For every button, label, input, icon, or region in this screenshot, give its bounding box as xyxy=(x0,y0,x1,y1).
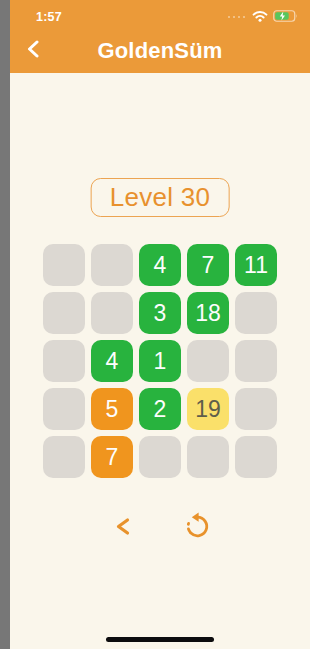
cell-value: 2 xyxy=(154,396,167,423)
wifi-icon xyxy=(252,8,268,26)
status-bar: 1:57 xyxy=(10,0,310,28)
restart-button[interactable] xyxy=(184,511,212,541)
board-cell-r2c2[interactable] xyxy=(91,292,133,334)
board-cell-r1c5[interactable]: 11 xyxy=(235,244,277,286)
board-cell-r3c5[interactable] xyxy=(235,340,277,382)
header: 1:57 xyxy=(10,0,310,73)
cell-value: 1 xyxy=(154,348,167,375)
board-cell-r3c4[interactable] xyxy=(187,340,229,382)
battery-charging-icon xyxy=(273,8,298,26)
board-cell-r1c2[interactable] xyxy=(91,244,133,286)
board-cell-r4c4[interactable]: 19 xyxy=(187,388,229,430)
board-cell-r5c2[interactable]: 7 xyxy=(91,436,133,478)
board-cell-r5c3[interactable] xyxy=(139,436,181,478)
restart-icon xyxy=(184,511,212,541)
app-title: GoldenSüm xyxy=(97,38,222,64)
level-label: Level 30 xyxy=(110,182,211,213)
board-cell-r1c3[interactable]: 4 xyxy=(139,244,181,286)
undo-button[interactable] xyxy=(109,511,137,541)
game-controls xyxy=(10,511,310,541)
cell-value: 5 xyxy=(106,396,119,423)
cell-value: 3 xyxy=(154,300,167,327)
cell-value: 19 xyxy=(195,396,221,423)
board-cell-r2c1[interactable] xyxy=(43,292,85,334)
back-button[interactable] xyxy=(22,35,44,63)
chevron-left-icon xyxy=(27,40,39,58)
board-cell-r5c5[interactable] xyxy=(235,436,277,478)
cell-value: 7 xyxy=(202,252,215,279)
board-cell-r3c3[interactable]: 1 xyxy=(139,340,181,382)
chevron-left-icon xyxy=(114,517,131,536)
board: 47113184152197 xyxy=(43,244,277,478)
home-indicator[interactable] xyxy=(106,637,214,642)
nav-bar: GoldenSüm xyxy=(10,28,310,73)
board-cell-r1c1[interactable] xyxy=(43,244,85,286)
board-cell-r2c5[interactable] xyxy=(235,292,277,334)
board-cell-r5c1[interactable] xyxy=(43,436,85,478)
board-cell-r4c1[interactable] xyxy=(43,388,85,430)
board-cell-r3c2[interactable]: 4 xyxy=(91,340,133,382)
board-cell-r2c4[interactable]: 18 xyxy=(187,292,229,334)
board-cell-r4c2[interactable]: 5 xyxy=(91,388,133,430)
cell-value: 7 xyxy=(106,444,119,471)
app-screen: 1:57 xyxy=(10,0,310,649)
board-cell-r2c3[interactable]: 3 xyxy=(139,292,181,334)
board-cell-r1c4[interactable]: 7 xyxy=(187,244,229,286)
board-cell-r5c4[interactable] xyxy=(187,436,229,478)
board-cell-r3c1[interactable] xyxy=(43,340,85,382)
level-badge: Level 30 xyxy=(91,178,230,217)
board-cell-r4c3[interactable]: 2 xyxy=(139,388,181,430)
cellular-signal-icon xyxy=(228,16,245,18)
cell-value: 18 xyxy=(195,300,221,327)
status-time: 1:57 xyxy=(36,10,62,24)
status-icons xyxy=(228,8,298,26)
board-cell-r4c5[interactable] xyxy=(235,388,277,430)
cell-value: 11 xyxy=(244,252,268,279)
cell-value: 4 xyxy=(154,252,167,279)
cell-value: 4 xyxy=(106,348,119,375)
